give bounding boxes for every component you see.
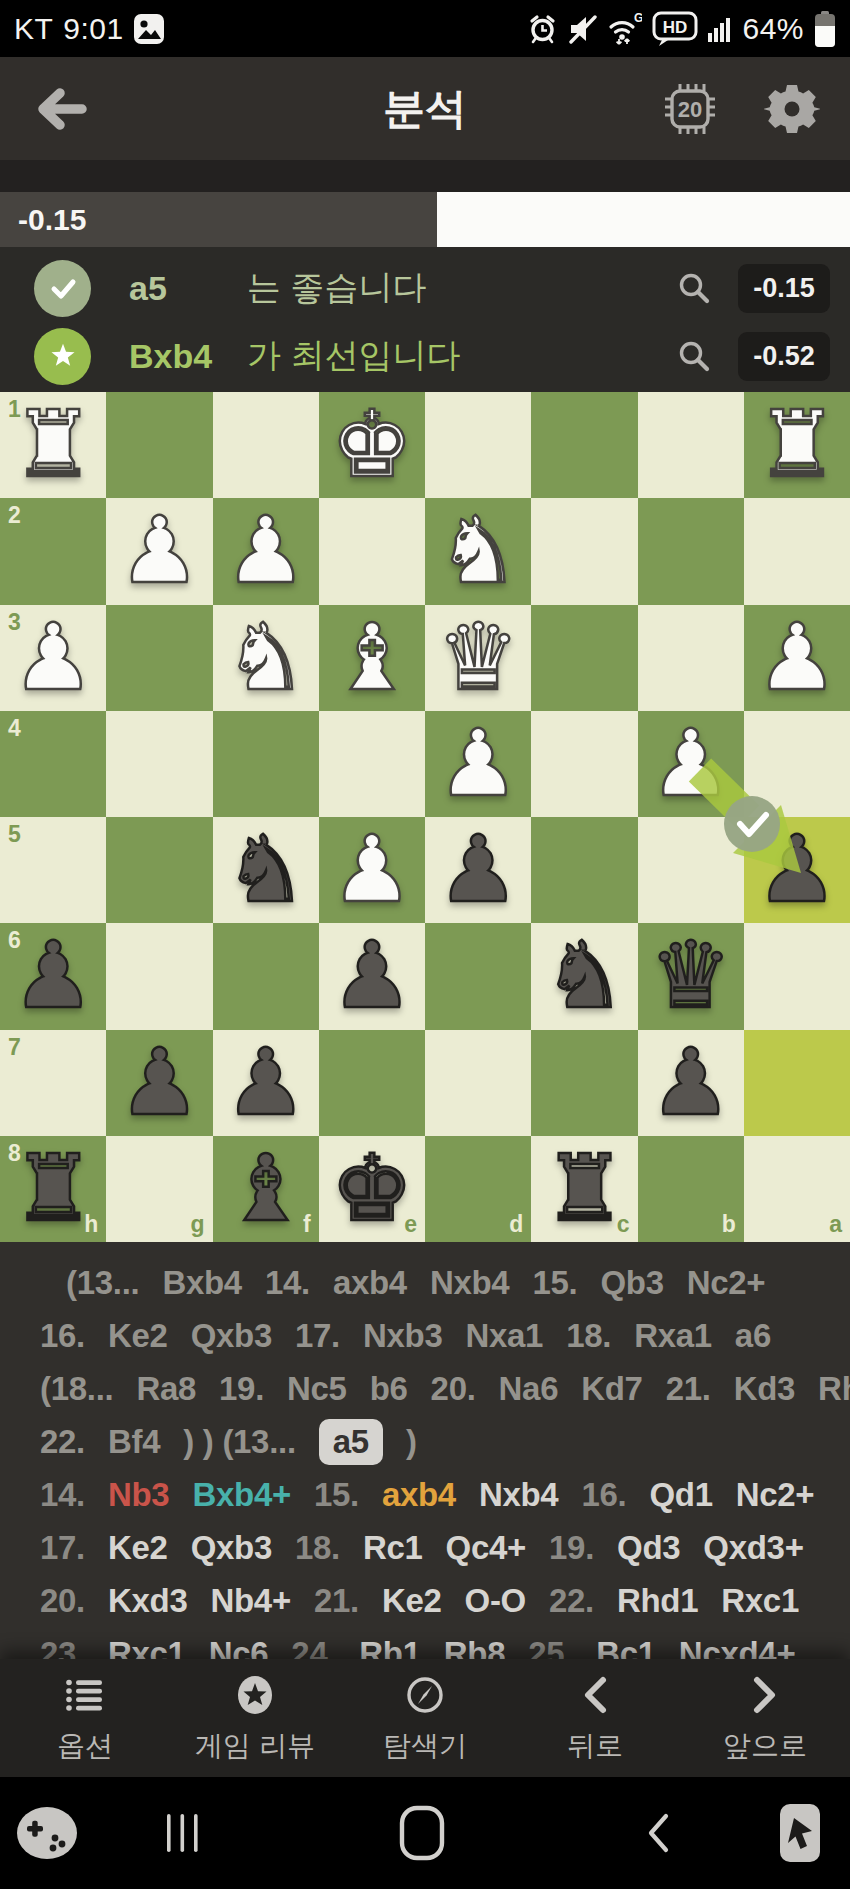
evaluation-bar-white — [437, 192, 850, 247]
square-e2[interactable] — [319, 498, 425, 604]
hd-icon: HD — [652, 11, 698, 47]
photo-notification-icon — [134, 14, 164, 44]
nav-item-forward[interactable]: 앞으로 — [680, 1659, 850, 1777]
move-token[interactable]: Na6 — [499, 1370, 559, 1408]
move-token[interactable]: b6 — [370, 1370, 408, 1408]
black-rook: ♜ — [0, 1136, 106, 1242]
move-token[interactable]: axb4 — [382, 1476, 456, 1514]
compass-icon — [405, 1675, 445, 1715]
square-d2[interactable]: ♞ — [425, 498, 531, 604]
white-pawn: ♟ — [319, 817, 425, 923]
analysis-panel: a5 는 좋습니다 -0.15 Bxb4 가 최선입니다 — [0, 247, 850, 392]
white-knight: ♞ — [425, 498, 531, 604]
best-move-label: Bxb4 — [129, 337, 247, 376]
mute-icon — [568, 14, 598, 44]
square-a7[interactable] — [744, 1030, 850, 1136]
played-move-score: -0.15 — [738, 264, 830, 313]
nav-label: 옵션 — [57, 1727, 113, 1765]
move-token[interactable]: Nxa1 — [465, 1317, 543, 1355]
move-token[interactable]: 20. — [40, 1582, 85, 1620]
nav-label: 앞으로 — [723, 1727, 807, 1765]
move-token[interactable]: Qd1 — [649, 1476, 712, 1514]
move-token[interactable]: Qxb3 — [191, 1317, 272, 1355]
nav-label: 뒤로 — [567, 1727, 623, 1765]
played-move-label: a5 — [129, 269, 247, 308]
home-icon — [399, 1805, 445, 1861]
current-move-chip[interactable]: a5 — [319, 1419, 383, 1465]
move-line: 14.Nb3Bxb4+15.axb4Nxb416.Qd1Nc2+ — [40, 1468, 850, 1521]
square-c2[interactable] — [531, 498, 637, 604]
move-token[interactable]: (13... — [66, 1264, 139, 1302]
best-move-score: -0.52 — [738, 332, 830, 381]
game-tools-icon — [774, 1802, 826, 1864]
move-token[interactable]: a6 — [735, 1317, 771, 1355]
move-token[interactable]: 19. — [219, 1370, 264, 1408]
square-e5[interactable]: ♟ — [319, 817, 425, 923]
square-d5[interactable]: ♟ — [425, 817, 531, 923]
white-pawn: ♟ — [425, 711, 531, 817]
square-g2[interactable]: ♟ — [106, 498, 212, 604]
signal-icon — [708, 16, 732, 42]
square-b4[interactable]: ♟ — [638, 711, 744, 817]
move-token[interactable]: Kxd3 — [108, 1582, 188, 1620]
move-token[interactable]: 16. — [581, 1476, 626, 1514]
square-e8[interactable]: e♚ — [319, 1136, 425, 1242]
move-token[interactable]: Ncxd4+ — [679, 1635, 796, 1660]
square-h8[interactable]: 8h♜ — [0, 1136, 106, 1242]
move-token[interactable]: 24. — [291, 1635, 336, 1660]
black-pawn: ♟ — [319, 923, 425, 1029]
square-d4[interactable]: ♟ — [425, 711, 531, 817]
square-e7[interactable] — [319, 1030, 425, 1136]
square-g3[interactable] — [106, 605, 212, 711]
black-knight: ♞ — [213, 817, 319, 923]
square-f3[interactable]: ♞ — [213, 605, 319, 711]
system-nav-bar — [0, 1777, 850, 1889]
svg-text:G: G — [634, 12, 642, 25]
home-button[interactable] — [394, 1777, 450, 1889]
move-token[interactable]: Nxb4 — [430, 1264, 510, 1302]
move-token[interactable]: Nb3 — [108, 1476, 169, 1514]
square-e6[interactable]: ♟ — [319, 923, 425, 1029]
move-token[interactable]: Rc1 — [363, 1529, 423, 1567]
rank-label: 7 — [8, 1036, 21, 1059]
square-g8[interactable]: g — [106, 1136, 212, 1242]
move-token[interactable]: Kd7 — [581, 1370, 642, 1408]
move-token[interactable]: Rhd1 — [617, 1582, 698, 1620]
move-token[interactable]: (18... — [40, 1370, 113, 1408]
square-h5[interactable]: 5 — [0, 817, 106, 923]
analysis-row-best-move: Bxb4 가 최선입니다 -0.52 — [0, 327, 850, 385]
engine-depth-value: 20 — [678, 97, 702, 122]
move-token[interactable]: 14. — [40, 1476, 85, 1514]
move-token[interactable]: Nc2+ — [687, 1264, 766, 1302]
square-c4[interactable] — [531, 711, 637, 817]
move-token[interactable]: Rxc1 — [721, 1582, 799, 1620]
move-token[interactable]: 22. — [40, 1423, 85, 1461]
square-e1[interactable]: ♚ — [319, 392, 425, 498]
move-token[interactable]: Qd3 — [617, 1529, 680, 1567]
square-h4[interactable]: 4 — [0, 711, 106, 817]
engine-depth-chip-icon[interactable]: 20 — [658, 77, 722, 141]
white-knight: ♞ — [213, 605, 319, 711]
move-token[interactable]: 18. — [295, 1529, 340, 1567]
clock-label: 9:01 — [63, 12, 123, 46]
nav-label: 게임 리뷰 — [195, 1727, 315, 1765]
square-c6[interactable]: ♞ — [531, 923, 637, 1029]
star-circle-icon — [235, 1675, 275, 1715]
move-token[interactable]: Rb1 — [359, 1635, 420, 1660]
black-rook: ♜ — [531, 1136, 637, 1242]
square-a3[interactable]: ♟ — [744, 605, 850, 711]
move-token[interactable]: O-O — [465, 1582, 526, 1620]
chess-board[interactable]: 1♜♚♜2♟♟♞3♟♞♝♛♟4♟♟5♞♟♟♟6♟♟♞♛7♟♟♟8h♜gf♝e♚d… — [0, 392, 850, 1242]
move-token[interactable]: Nc5 — [287, 1370, 347, 1408]
black-pawn: ♟ — [106, 1030, 212, 1136]
square-a8[interactable]: a — [744, 1136, 850, 1242]
square-c7[interactable] — [531, 1030, 637, 1136]
phone-screen: KT 9:01 G — [0, 0, 850, 1889]
move-token[interactable]: Nc6 — [209, 1635, 269, 1660]
chevron-left-icon — [580, 1675, 610, 1715]
move-token[interactable]: 15. — [314, 1476, 359, 1514]
white-pawn: ♟ — [213, 498, 319, 604]
square-f5[interactable]: ♞ — [213, 817, 319, 923]
black-pawn: ♟ — [425, 817, 531, 923]
square-g1[interactable] — [106, 392, 212, 498]
square-b1[interactable] — [638, 392, 744, 498]
move-token[interactable]: axb4 — [333, 1264, 407, 1302]
move-token[interactable]: 19. — [549, 1529, 594, 1567]
best-move-badge — [34, 328, 91, 385]
square-a4[interactable] — [744, 711, 850, 817]
move-token[interactable]: 20. — [431, 1370, 476, 1408]
rank-label: 2 — [8, 504, 21, 527]
move-token[interactable]: Ke2 — [382, 1582, 442, 1620]
app-header: 분석 20 — [0, 57, 850, 160]
move-token[interactable]: Ke2 — [108, 1529, 168, 1567]
move-line: (18...Ra819.Nc5b620.Na6Kd721.Kd3Rhc8 — [40, 1362, 850, 1415]
square-b3[interactable] — [638, 605, 744, 711]
square-a5[interactable]: ♟ — [744, 817, 850, 923]
move-token[interactable]: Qb3 — [600, 1264, 663, 1302]
move-token[interactable]: 21. — [314, 1582, 359, 1620]
file-label: b — [722, 1213, 736, 1236]
square-h1[interactable]: 1♜ — [0, 392, 106, 498]
square-b5[interactable] — [638, 817, 744, 923]
move-token[interactable]: Qxb3 — [191, 1529, 272, 1567]
move-token[interactable]: Rxa1 — [634, 1317, 712, 1355]
header-divider-band — [0, 160, 850, 192]
square-c1[interactable] — [531, 392, 637, 498]
move-token[interactable]: 15. — [532, 1264, 577, 1302]
game-booster-icon — [15, 1805, 79, 1861]
square-c3[interactable] — [531, 605, 637, 711]
square-b2[interactable] — [638, 498, 744, 604]
move-token[interactable]: 22. — [549, 1582, 594, 1620]
back-icon — [645, 1812, 671, 1854]
rank-label: 5 — [8, 823, 21, 846]
move-token[interactable]: Bxb4 — [162, 1264, 242, 1302]
move-token[interactable]: Rb8 — [444, 1635, 505, 1660]
nav-label: 탐색기 — [383, 1727, 467, 1765]
back-button[interactable] — [630, 1777, 686, 1889]
white-bishop: ♝ — [319, 605, 425, 711]
white-pawn: ♟ — [0, 605, 106, 711]
nav-item-back[interactable]: 뒤로 — [510, 1659, 680, 1777]
square-d3[interactable]: ♛ — [425, 605, 531, 711]
move-line: 16.Ke2Qxb317.Nxb3Nxa118.Rxa1a6 — [40, 1309, 850, 1362]
square-d8[interactable]: d — [425, 1136, 531, 1242]
best-move-comment: 가 최선입니다 — [247, 333, 460, 379]
magnifier-icon[interactable] — [676, 270, 712, 306]
move-line: (13...Bxb414.axb4Nxb415.Qb3Nc2+ — [40, 1256, 850, 1309]
square-d7[interactable] — [425, 1030, 531, 1136]
white-king: ♚ — [319, 392, 425, 498]
move-line: 17.Ke2Qxb318.Rc1Qc4+19.Qd3Qxd3+ — [40, 1521, 850, 1574]
evaluation-score: -0.15 — [0, 203, 86, 237]
alarm-icon — [527, 13, 558, 45]
file-label: g — [190, 1213, 204, 1236]
chevron-right-icon — [750, 1675, 780, 1715]
move-token[interactable]: Qxd3+ — [703, 1529, 803, 1567]
magnifier-icon[interactable] — [676, 338, 712, 374]
gear-icon[interactable] — [764, 81, 820, 137]
move-token[interactable]: Bf4 — [108, 1423, 160, 1461]
square-b6[interactable]: ♛ — [638, 923, 744, 1029]
move-line: 22.Bf4) ) (13...a5) — [40, 1415, 850, 1468]
square-g4[interactable] — [106, 711, 212, 817]
move-token[interactable]: 14. — [265, 1264, 310, 1302]
square-a1[interactable]: ♜ — [744, 392, 850, 498]
move-token[interactable]: 21. — [666, 1370, 711, 1408]
square-f1[interactable] — [213, 392, 319, 498]
move-token[interactable]: Nxb3 — [363, 1317, 443, 1355]
move-token[interactable]: 23. — [40, 1635, 85, 1660]
evaluation-bar: -0.15 — [0, 192, 850, 247]
square-e3[interactable]: ♝ — [319, 605, 425, 711]
rank-label: 4 — [8, 717, 21, 740]
square-d1[interactable] — [425, 392, 531, 498]
svg-text:HD: HD — [663, 18, 688, 37]
recents-icon — [167, 1812, 199, 1854]
white-pawn: ♟ — [106, 498, 212, 604]
file-label: a — [829, 1213, 842, 1236]
move-token[interactable]: Rxc1 — [108, 1635, 186, 1660]
status-bar: KT 9:01 G — [0, 0, 850, 57]
carrier-label: KT — [14, 12, 53, 46]
square-h7[interactable]: 7 — [0, 1030, 106, 1136]
star-icon — [46, 339, 80, 373]
square-c5[interactable] — [531, 817, 637, 923]
move-token[interactable]: Kd3 — [734, 1370, 795, 1408]
white-rook: ♜ — [744, 392, 850, 498]
move-token[interactable]: Nxb4 — [479, 1476, 559, 1514]
black-pawn: ♟ — [744, 817, 850, 923]
square-a6[interactable] — [744, 923, 850, 1029]
move-token[interactable]: 17. — [40, 1529, 85, 1567]
square-f7[interactable]: ♟ — [213, 1030, 319, 1136]
good-move-badge — [34, 260, 91, 317]
square-h2[interactable]: 2 — [0, 498, 106, 604]
square-c8[interactable]: c♜ — [531, 1136, 637, 1242]
battery-icon — [814, 11, 836, 47]
move-token[interactable]: Ke2 — [108, 1317, 168, 1355]
move-token[interactable]: Ra8 — [136, 1370, 196, 1408]
nav-item-explorer[interactable]: 탐색기 — [340, 1659, 510, 1777]
square-h3[interactable]: 3♟ — [0, 605, 106, 711]
white-queen: ♛ — [425, 605, 531, 711]
move-token[interactable]: Bxb4+ — [192, 1476, 290, 1514]
move-token[interactable]: ) — [406, 1423, 417, 1461]
square-g6[interactable] — [106, 923, 212, 1029]
move-line: 20.Kxd3Nb4+21.Ke2O-O22.Rhd1Rxc1 — [40, 1574, 850, 1627]
move-token[interactable]: ) ) (13... — [183, 1423, 296, 1461]
square-f8[interactable]: f♝ — [213, 1136, 319, 1242]
white-rook: ♜ — [0, 392, 106, 498]
played-move-comment: 는 좋습니다 — [247, 265, 426, 311]
analysis-row-played-move: a5 는 좋습니다 -0.15 — [0, 259, 850, 317]
square-b8[interactable]: b — [638, 1136, 744, 1242]
square-f2[interactable]: ♟ — [213, 498, 319, 604]
move-token[interactable]: 18. — [566, 1317, 611, 1355]
black-pawn: ♟ — [638, 1030, 744, 1136]
app-bottom-nav: 옵션 게임 리뷰 탐색기 — [0, 1659, 850, 1777]
recents-button[interactable] — [155, 1777, 211, 1889]
list-icon — [66, 1675, 104, 1715]
nav-item-game-review[interactable]: 게임 리뷰 — [170, 1659, 340, 1777]
square-g7[interactable]: ♟ — [106, 1030, 212, 1136]
move-line: 23.Rxc1Nc624.Rb1Rb825.Bc1Ncxd4+ — [40, 1627, 850, 1659]
white-pawn: ♟ — [744, 605, 850, 711]
move-token[interactable]: 17. — [295, 1317, 340, 1355]
square-h6[interactable]: 6♟ — [0, 923, 106, 1029]
nav-item-options[interactable]: 옵션 — [0, 1659, 170, 1777]
square-f4[interactable] — [213, 711, 319, 817]
move-token[interactable]: Nc2+ — [736, 1476, 815, 1514]
square-b7[interactable]: ♟ — [638, 1030, 744, 1136]
game-tools-button[interactable] — [770, 1777, 830, 1889]
black-king: ♚ — [319, 1136, 425, 1242]
square-a2[interactable] — [744, 498, 850, 604]
move-token[interactable]: Bc1 — [596, 1635, 656, 1660]
square-d6[interactable] — [425, 923, 531, 1029]
black-pawn: ♟ — [0, 923, 106, 1029]
move-token[interactable]: Rhc8 — [818, 1370, 850, 1408]
file-label: d — [509, 1213, 523, 1236]
square-g5[interactable] — [106, 817, 212, 923]
white-pawn: ♟ — [638, 711, 744, 817]
move-token[interactable]: 16. — [40, 1317, 85, 1355]
square-e4[interactable] — [319, 711, 425, 817]
move-token[interactable]: Nb4+ — [210, 1582, 290, 1620]
battery-percent-label: 64% — [742, 12, 804, 46]
black-pawn: ♟ — [213, 1030, 319, 1136]
move-list[interactable]: (13...Bxb414.axb4Nxb415.Qb3Nc2+16.Ke2Qxb… — [0, 1242, 850, 1659]
square-f6[interactable] — [213, 923, 319, 1029]
check-icon — [46, 271, 80, 305]
black-knight: ♞ — [531, 923, 637, 1029]
game-booster-button[interactable] — [14, 1777, 80, 1889]
black-queen: ♛ — [638, 923, 744, 1029]
black-bishop: ♝ — [213, 1136, 319, 1242]
move-token[interactable]: Qc4+ — [446, 1529, 526, 1567]
wifi-icon: G — [608, 12, 642, 46]
move-token[interactable]: 25. — [528, 1635, 573, 1660]
